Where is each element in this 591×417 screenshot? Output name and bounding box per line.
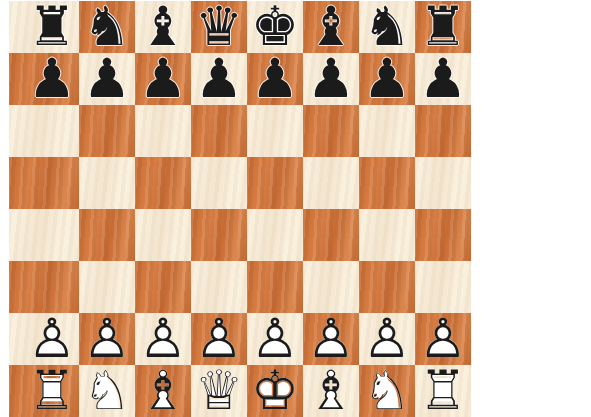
black-bishop: ♝ [135,1,191,53]
black-knight: ♞ [359,1,415,53]
square-e4[interactable] [247,209,303,261]
black-queen: ♛ [191,1,247,53]
square-e8[interactable]: ♚ [247,1,303,53]
square-g7[interactable]: ♟ [359,53,415,105]
square-a2[interactable]: ♟♙ [9,313,79,365]
square-a8[interactable]: ♜ [9,1,79,53]
square-d6[interactable] [191,105,247,157]
piece-outline: ♙ [195,313,243,365]
square-e3[interactable] [247,261,303,313]
black-bishop: ♝ [303,1,359,53]
square-b5[interactable] [79,157,135,209]
square-d2[interactable]: ♟♙ [191,313,247,365]
square-h8[interactable]: ♜ [415,1,471,53]
square-h7[interactable]: ♟ [415,53,471,105]
black-pawn: ♟ [25,53,79,105]
piece-outline: ♗ [139,365,187,417]
square-g3[interactable] [359,261,415,313]
white-pawn: ♟♙ [303,313,359,365]
square-e5[interactable] [247,157,303,209]
black-king: ♚ [247,1,303,53]
square-h2[interactable]: ♟♙ [415,313,471,365]
square-d3[interactable] [191,261,247,313]
square-f1[interactable]: ♝♗ [303,365,359,417]
black-pawn: ♟ [415,53,471,105]
square-c8[interactable]: ♝ [135,1,191,53]
square-e1[interactable]: ♚♔ [247,365,303,417]
piece-outline: ♖ [419,365,467,417]
square-a1[interactable]: ♜♖ [9,365,79,417]
square-a3[interactable] [9,261,79,313]
black-pawn: ♟ [247,53,303,105]
square-d1[interactable]: ♛♕ [191,365,247,417]
square-h1[interactable]: ♜♖ [415,365,471,417]
white-bishop: ♝♗ [303,365,359,417]
square-g2[interactable]: ♟♙ [359,313,415,365]
square-e2[interactable]: ♟♙ [247,313,303,365]
square-f4[interactable] [303,209,359,261]
square-f7[interactable]: ♟ [303,53,359,105]
page: ♜♞♝♛♚♝♞♜♟♟♟♟♟♟♟♟♟♙♟♙♟♙♟♙♟♙♟♙♟♙♟♙♜♖♞♘♝♗♛♕… [0,0,591,417]
square-b8[interactable]: ♞ [79,1,135,53]
piece-outline: ♘ [83,365,131,417]
piece-outline: ♕ [195,365,243,417]
piece-outline: ♔ [251,365,299,417]
piece-outline: ♙ [28,313,76,365]
black-pawn: ♟ [359,53,415,105]
square-h6[interactable] [415,105,471,157]
square-b4[interactable] [79,209,135,261]
square-b3[interactable] [79,261,135,313]
piece-outline: ♙ [363,313,411,365]
square-c2[interactable]: ♟♙ [135,313,191,365]
black-knight: ♞ [79,1,135,53]
white-pawn: ♟♙ [415,313,471,365]
square-g5[interactable] [359,157,415,209]
square-f8[interactable]: ♝ [303,1,359,53]
white-pawn: ♟♙ [247,313,303,365]
white-king: ♚♔ [247,365,303,417]
white-knight: ♞♘ [79,365,135,417]
white-queen: ♛♕ [191,365,247,417]
black-pawn: ♟ [79,53,135,105]
piece-outline: ♙ [139,313,187,365]
chess-board: ♜♞♝♛♚♝♞♜♟♟♟♟♟♟♟♟♟♙♟♙♟♙♟♙♟♙♟♙♟♙♟♙♜♖♞♘♝♗♛♕… [9,1,471,417]
white-rook: ♜♖ [415,365,471,417]
square-b6[interactable] [79,105,135,157]
square-f2[interactable]: ♟♙ [303,313,359,365]
square-c7[interactable]: ♟ [135,53,191,105]
white-rook: ♜♖ [25,365,79,417]
white-pawn: ♟♙ [25,313,79,365]
white-bishop: ♝♗ [135,365,191,417]
square-g6[interactable] [359,105,415,157]
piece-outline: ♙ [83,313,131,365]
black-rook: ♜ [25,1,79,53]
square-d8[interactable]: ♛ [191,1,247,53]
white-knight: ♞♘ [359,365,415,417]
square-d7[interactable]: ♟ [191,53,247,105]
piece-outline: ♙ [419,313,467,365]
piece-outline: ♗ [307,365,355,417]
piece-outline: ♙ [307,313,355,365]
black-pawn: ♟ [303,53,359,105]
square-a6[interactable] [9,105,79,157]
piece-outline: ♖ [28,365,76,417]
white-pawn: ♟♙ [191,313,247,365]
square-g1[interactable]: ♞♘ [359,365,415,417]
square-a4[interactable] [9,209,79,261]
piece-outline: ♘ [363,365,411,417]
square-b2[interactable]: ♟♙ [79,313,135,365]
white-pawn: ♟♙ [135,313,191,365]
black-pawn: ♟ [135,53,191,105]
square-g8[interactable]: ♞ [359,1,415,53]
square-f3[interactable] [303,261,359,313]
white-pawn: ♟♙ [79,313,135,365]
black-pawn: ♟ [191,53,247,105]
square-g4[interactable] [359,209,415,261]
square-c3[interactable] [135,261,191,313]
square-h4[interactable] [415,209,471,261]
black-rook: ♜ [415,1,471,53]
square-c5[interactable] [135,157,191,209]
square-a5[interactable] [9,157,79,209]
square-a7[interactable]: ♟ [9,53,79,105]
square-f5[interactable] [303,157,359,209]
square-c1[interactable]: ♝♗ [135,365,191,417]
square-h5[interactable] [415,157,471,209]
square-c4[interactable] [135,209,191,261]
square-c6[interactable] [135,105,191,157]
square-h3[interactable] [415,261,471,313]
white-pawn: ♟♙ [359,313,415,365]
square-d4[interactable] [191,209,247,261]
square-e7[interactable]: ♟ [247,53,303,105]
square-f6[interactable] [303,105,359,157]
piece-outline: ♙ [251,313,299,365]
square-b1[interactable]: ♞♘ [79,365,135,417]
square-b7[interactable]: ♟ [79,53,135,105]
square-e6[interactable] [247,105,303,157]
square-d5[interactable] [191,157,247,209]
